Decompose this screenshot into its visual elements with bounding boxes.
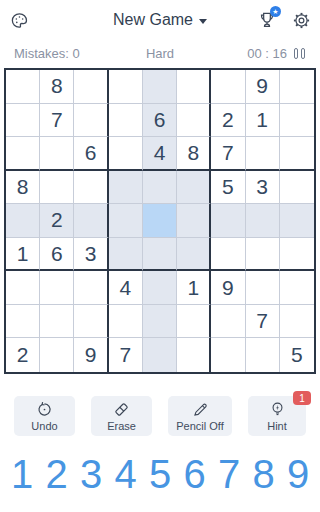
cell-r2c8[interactable]: 1 (246, 104, 280, 138)
cell-r5c2[interactable]: 2 (40, 204, 74, 238)
cell-r8c7[interactable] (211, 305, 245, 339)
cell-r2c6[interactable] (177, 104, 211, 138)
cell-r1c3[interactable] (74, 70, 108, 104)
cell-r9c9[interactable]: 5 (280, 338, 314, 372)
cell-r2c5[interactable]: 6 (143, 104, 177, 138)
cell-r8c6[interactable] (177, 305, 211, 339)
cell-r3c9[interactable] (280, 137, 314, 171)
cell-r4c4[interactable] (109, 171, 143, 205)
cell-r5c7[interactable] (211, 204, 245, 238)
toolbar: Undo Erase Pencil Off (0, 396, 320, 438)
pause-icon (301, 48, 305, 59)
hint-bulb-icon (268, 400, 287, 419)
numpad-2[interactable]: 2 (45, 449, 69, 499)
mistakes-counter: Mistakes: 0 (14, 46, 80, 61)
cell-r1c9[interactable] (280, 70, 314, 104)
cell-r6c1[interactable]: 1 (6, 238, 40, 272)
erase-button[interactable]: Erase (91, 396, 152, 436)
cell-r3c3[interactable]: 6 (74, 137, 108, 171)
cell-r3c6[interactable]: 8 (177, 137, 211, 171)
pencil-label: Pencil Off (176, 420, 224, 432)
cell-r1c8[interactable]: 9 (246, 70, 280, 104)
cell-r2c4[interactable] (109, 104, 143, 138)
star-badge-icon: ★ (270, 6, 281, 17)
cell-r7c2[interactable] (40, 271, 74, 305)
cell-r4c6[interactable] (177, 171, 211, 205)
cell-r7c9[interactable] (280, 271, 314, 305)
cell-r9c4[interactable]: 7 (109, 338, 143, 372)
cell-r8c5[interactable] (143, 305, 177, 339)
awards-button[interactable]: ★ (256, 9, 278, 31)
undo-icon (35, 400, 54, 419)
cell-r2c9[interactable] (280, 104, 314, 138)
status-bar: Mistakes: 0 Hard 00 : 16 (0, 44, 320, 62)
sudoku-board: 8976216487853216341972975 (4, 68, 316, 374)
cell-r6c2[interactable]: 6 (40, 238, 74, 272)
hint-button[interactable]: Hint 1 (248, 396, 306, 436)
cell-r7c8[interactable] (246, 271, 280, 305)
cell-r5c5[interactable] (143, 204, 177, 238)
cell-r3c2[interactable] (40, 137, 74, 171)
sudoku-app: New Game ★ (0, 0, 320, 512)
cell-r8c1[interactable] (6, 305, 40, 339)
cell-r6c9[interactable] (280, 238, 314, 272)
pause-icon (294, 48, 298, 59)
cell-r9c1[interactable]: 2 (6, 338, 40, 372)
timer: 00 : 16 (247, 46, 287, 61)
cell-r6c3[interactable]: 3 (74, 238, 108, 272)
numpad-1[interactable]: 1 (10, 449, 34, 499)
cell-r7c1[interactable] (6, 271, 40, 305)
numpad-6[interactable]: 6 (183, 449, 207, 499)
cell-r8c8[interactable]: 7 (246, 305, 280, 339)
numpad-5[interactable]: 5 (148, 449, 172, 499)
erase-label: Erase (107, 420, 136, 432)
cell-r7c7[interactable]: 9 (211, 271, 245, 305)
cell-r4c3[interactable] (74, 171, 108, 205)
eraser-icon (112, 400, 131, 419)
numpad-4[interactable]: 4 (114, 449, 138, 499)
hint-count-badge: 1 (293, 391, 311, 405)
numpad-7[interactable]: 7 (217, 449, 241, 499)
cell-r5c8[interactable] (246, 204, 280, 238)
cell-r8c4[interactable] (109, 305, 143, 339)
cell-r9c7[interactable] (211, 338, 245, 372)
numpad-3[interactable]: 3 (79, 449, 103, 499)
cell-r5c4[interactable] (109, 204, 143, 238)
cell-r6c4[interactable] (109, 238, 143, 272)
undo-label: Undo (31, 420, 57, 432)
cell-r1c5[interactable] (143, 70, 177, 104)
cell-r3c4[interactable] (109, 137, 143, 171)
difficulty-label: Hard (146, 46, 174, 61)
cell-r3c5[interactable]: 4 (143, 137, 177, 171)
pause-button[interactable] (293, 47, 306, 60)
cell-r1c4[interactable] (109, 70, 143, 104)
undo-button[interactable]: Undo (14, 396, 75, 436)
header: New Game ★ (0, 0, 320, 40)
cell-r1c1[interactable] (6, 70, 40, 104)
dropdown-caret-icon (199, 19, 207, 24)
cell-r3c7[interactable]: 7 (211, 137, 245, 171)
cell-r5c3[interactable] (74, 204, 108, 238)
cell-r5c6[interactable] (177, 204, 211, 238)
theme-button[interactable] (9, 10, 29, 30)
cell-r8c9[interactable] (280, 305, 314, 339)
cell-r6c7[interactable] (211, 238, 245, 272)
pencil-icon (191, 400, 210, 419)
pencil-button[interactable]: Pencil Off (168, 396, 232, 436)
cell-r4c1[interactable]: 8 (6, 171, 40, 205)
cell-r6c8[interactable] (246, 238, 280, 272)
cell-r5c9[interactable] (280, 204, 314, 238)
cell-r2c3[interactable] (74, 104, 108, 138)
cell-r9c8[interactable] (246, 338, 280, 372)
cell-r4c7[interactable]: 5 (211, 171, 245, 205)
cell-r2c7[interactable]: 2 (211, 104, 245, 138)
hint-label: Hint (267, 420, 287, 432)
cell-r9c3[interactable]: 9 (74, 338, 108, 372)
cell-r5c1[interactable] (6, 204, 40, 238)
cell-r7c3[interactable] (74, 271, 108, 305)
cell-r1c6[interactable] (177, 70, 211, 104)
cell-r1c2[interactable]: 8 (40, 70, 74, 104)
cell-r4c8[interactable]: 3 (246, 171, 280, 205)
numpad-9[interactable]: 9 (286, 449, 310, 499)
cell-r3c8[interactable] (246, 137, 280, 171)
new-game-menu[interactable]: New Game (113, 11, 207, 29)
cell-r2c2[interactable]: 7 (40, 104, 74, 138)
settings-button[interactable] (291, 10, 311, 30)
page-title: New Game (113, 11, 193, 29)
cell-r9c2[interactable] (40, 338, 74, 372)
cell-r7c4[interactable]: 4 (109, 271, 143, 305)
cell-r9c5[interactable] (143, 338, 177, 372)
palette-icon (10, 11, 29, 30)
cell-r7c6[interactable]: 1 (177, 271, 211, 305)
cell-r8c2[interactable] (40, 305, 74, 339)
cell-r2c1[interactable] (6, 104, 40, 138)
cell-r6c5[interactable] (143, 238, 177, 272)
cell-r9c6[interactable] (177, 338, 211, 372)
cell-r4c9[interactable] (280, 171, 314, 205)
gear-icon (292, 11, 311, 30)
cell-r4c5[interactable] (143, 171, 177, 205)
cell-r8c3[interactable] (74, 305, 108, 339)
number-pad: 123456789 (0, 448, 320, 500)
cell-r3c1[interactable] (6, 137, 40, 171)
cell-r7c5[interactable] (143, 271, 177, 305)
cell-r4c2[interactable] (40, 171, 74, 205)
cell-r1c7[interactable] (211, 70, 245, 104)
cell-r6c6[interactable] (177, 238, 211, 272)
numpad-8[interactable]: 8 (252, 449, 276, 499)
